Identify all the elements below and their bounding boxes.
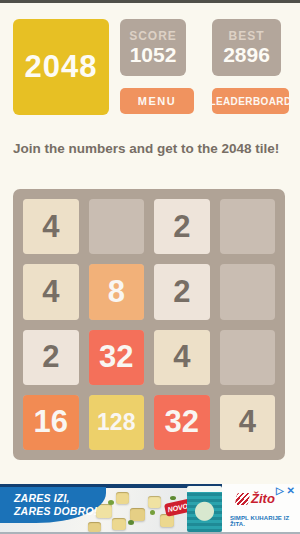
ad-banner[interactable]: ZARES IZI, ZARES DOBRO! NOVO! Žito ▷ ✕ S…: [0, 484, 300, 534]
brand-logo-mark-icon: [235, 493, 251, 505]
leaderboard-button[interactable]: LEADERBOARD: [212, 88, 289, 114]
game-logo-text: 2048: [25, 49, 98, 85]
board-cell: 2: [154, 199, 210, 254]
board-cell: 2: [154, 264, 210, 319]
ad-tagline: ZARES IZI, ZARES DOBRO!: [14, 492, 97, 517]
tile-32: 32: [89, 330, 145, 385]
board-cell: [220, 199, 276, 254]
ad-tagline-line2: ZARES DOBRO!: [14, 505, 97, 518]
tile-8: 8: [89, 264, 145, 319]
tile-4: 4: [23, 264, 79, 319]
board-cell: 4: [220, 395, 276, 450]
board-cell: [220, 264, 276, 319]
tile-2: 2: [23, 330, 79, 385]
tile-4: 4: [23, 199, 79, 254]
ad-controls: ▷ ✕: [276, 485, 295, 496]
board-cell: 32: [89, 330, 145, 385]
product-package-image: [187, 486, 222, 532]
ad-caption: SIMPL KUHARIJE IZ ŽITA.: [230, 515, 298, 527]
score-box: SCORE 1052: [120, 19, 186, 76]
tile-2: 2: [154, 199, 210, 254]
brand-logo-text: Žito: [251, 491, 275, 506]
board-cell: 128: [89, 395, 145, 450]
board-cell: 8: [89, 264, 145, 319]
board-cell: [220, 330, 276, 385]
intro-text: Join the numbers and get to the 2048 til…: [13, 141, 293, 156]
board-cell: 4: [23, 199, 79, 254]
tile-32: 32: [154, 395, 210, 450]
board-cell: [89, 199, 145, 254]
board-cell: 4: [23, 264, 79, 319]
tile-4: 4: [220, 395, 276, 450]
tile-2: 2: [154, 264, 210, 319]
adchoices-icon[interactable]: ▷: [276, 485, 284, 496]
best-value: 2896: [223, 43, 270, 67]
game-logo-tile: 2048: [13, 19, 109, 115]
best-box: BEST 2896: [212, 19, 281, 76]
best-label: BEST: [228, 29, 264, 43]
system-top-bar: [0, 0, 300, 3]
ad-tagline-line1: ZARES IZI,: [14, 492, 97, 505]
board[interactable]: 42482232416128324: [13, 189, 285, 460]
ad-brand-panel: Žito ▷ ✕ SIMPL KUHARIJE IZ ŽITA.: [222, 484, 300, 534]
board-cell: 16: [23, 395, 79, 450]
menu-button[interactable]: MENU: [120, 88, 194, 114]
tile-4: 4: [154, 330, 210, 385]
brand-logo: Žito: [236, 491, 275, 506]
board-cell: 2: [23, 330, 79, 385]
board-cell: 4: [154, 330, 210, 385]
score-label: SCORE: [129, 29, 177, 43]
board-cell: 32: [154, 395, 210, 450]
ad-close-icon[interactable]: ✕: [287, 485, 295, 496]
score-value: 1052: [130, 43, 177, 67]
tile-16: 16: [23, 395, 79, 450]
tile-128: 128: [89, 395, 145, 450]
